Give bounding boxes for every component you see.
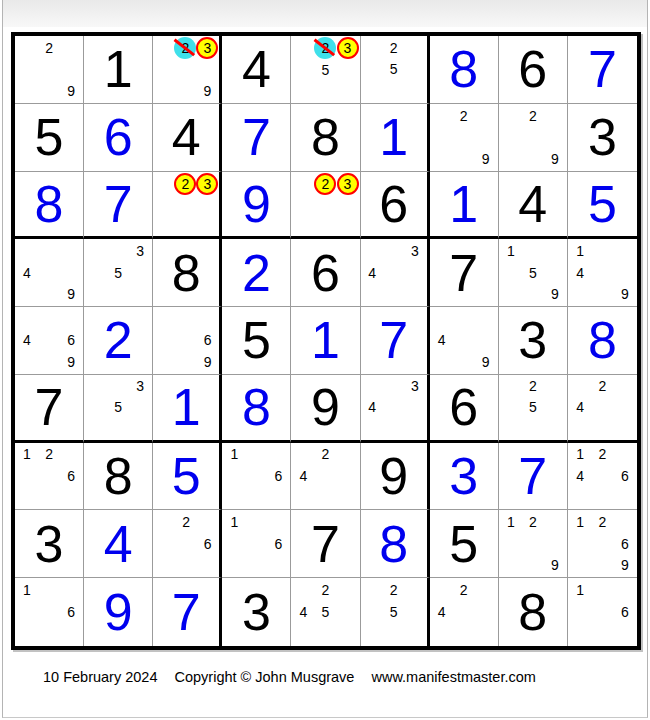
candidate-4-r6c6: 4 [362, 397, 383, 418]
cell-r8c4[interactable]: 16 [222, 510, 291, 578]
candidate-4-r4c1: 4 [16, 262, 38, 284]
candidate-5-r4c2: 5 [107, 262, 129, 284]
cell-r8c2[interactable]: 4 [84, 510, 153, 578]
empty-slot-4-r2c7 [431, 126, 453, 148]
cell-r5c8[interactable]: 3 [499, 307, 568, 375]
empty-slot-9-r6c6 [404, 418, 425, 439]
empty-slot-6-r3c3 [196, 195, 218, 215]
footer: 10 February 2024 Copyright © John Musgra… [43, 669, 549, 685]
candidate-3-r6c6: 3 [404, 376, 425, 397]
candidate-5-r4c8: 5 [522, 262, 544, 284]
digit-r1c8: 6 [499, 36, 567, 103]
empty-slot-6-r1c5 [337, 59, 359, 80]
cell-r9c5[interactable]: 245 [291, 578, 360, 646]
candidate-9-r4c1: 9 [60, 284, 82, 306]
eliminated-candidate-circle-2-r1c3: 2 [174, 37, 196, 59]
empty-slot-5-r7c1 [38, 465, 60, 487]
empty-slot-3-r9c9 [614, 579, 636, 601]
empty-slot-8-r9c1 [38, 623, 60, 645]
cell-r1c3[interactable]: 239 [153, 36, 222, 104]
empty-slot-8-r4c1 [38, 284, 60, 306]
cell-r7c4[interactable]: 16 [222, 443, 291, 511]
empty-slot-1-r1c6 [362, 37, 383, 59]
candidates-r9c5: 245 [292, 579, 358, 645]
cell-r5c4[interactable]: 5 [222, 307, 291, 375]
cell-r2c6[interactable]: 1 [361, 104, 430, 172]
empty-slot-3-r5c1 [60, 308, 82, 330]
candidate-2-r6c8: 2 [522, 376, 544, 397]
empty-slot-7-r4c1 [16, 284, 38, 306]
digit-r7c7: 3 [430, 443, 498, 510]
kept-candidate-circle-2-r3c5: 2 [314, 173, 336, 195]
empty-slot-5-r7c5 [314, 465, 336, 487]
candidate-1-r8c8: 1 [500, 511, 522, 533]
empty-slot-5-r5c7 [453, 330, 475, 352]
empty-slot-7-r4c9 [569, 284, 591, 306]
digit-r3c8: 4 [499, 172, 567, 237]
candidates-r7c1: 126 [16, 444, 82, 509]
empty-slot-8-r4c9 [591, 284, 613, 306]
candidate-6-r9c9: 6 [614, 601, 636, 623]
empty-slot-4-r3c5 [292, 195, 314, 215]
cell-r1c5[interactable]: 235 [291, 36, 360, 104]
digit-r2c3: 4 [153, 104, 219, 171]
empty-slot-2-r4c6 [383, 240, 404, 262]
cell-r5c5[interactable]: 1 [291, 307, 360, 375]
cell-r7c2[interactable]: 8 [84, 443, 153, 511]
cell-r2c2[interactable]: 6 [84, 104, 153, 172]
empty-slot-1-r1c5 [292, 37, 314, 59]
cell-r9c9[interactable]: 16 [568, 578, 637, 646]
cell-r7c7[interactable]: 3 [430, 443, 499, 511]
cell-r2c7[interactable]: 29 [430, 104, 499, 172]
digit-r3c9: 5 [568, 172, 637, 237]
cell-r9c1[interactable]: 16 [15, 578, 84, 646]
cell-r2c3[interactable]: 4 [153, 104, 222, 172]
empty-slot-8-r5c7 [453, 351, 475, 373]
candidate-2-r2c7: 2 [453, 105, 475, 127]
digit-r7c8: 7 [499, 443, 567, 510]
cell-r9c7[interactable]: 24 [430, 578, 499, 646]
empty-slot-5-r2c8 [522, 126, 544, 148]
empty-slot-2-r8c4 [245, 511, 267, 533]
cell-r7c6[interactable]: 9 [361, 443, 430, 511]
digit-r5c4: 5 [222, 307, 290, 374]
empty-slot-5-r4c1 [38, 262, 60, 284]
candidate-6-r7c9: 6 [614, 465, 636, 487]
kept-candidate-circle-2-r3c3: 2 [174, 173, 196, 195]
candidate-3-r4c6: 3 [404, 240, 425, 262]
candidate-2-r2c8: 2 [522, 105, 544, 127]
empty-slot-7-r1c1 [16, 80, 38, 102]
cell-r6c9[interactable]: 24 [568, 375, 637, 443]
empty-slot-5-r5c1 [38, 330, 60, 352]
cell-r3c2[interactable]: 7 [84, 172, 153, 240]
empty-slot-6-r4c9 [614, 262, 636, 284]
cell-r8c3[interactable]: 26 [153, 510, 222, 578]
empty-slot-9-r1c6 [404, 80, 425, 102]
empty-slot-6-r6c8 [544, 397, 566, 418]
empty-slot-9-r4c6 [404, 284, 425, 306]
empty-slot-7-r1c6 [362, 80, 383, 102]
digit-r3c7: 1 [430, 172, 498, 237]
digit-r1c2: 1 [84, 36, 152, 103]
candidate-4-r4c6: 4 [362, 262, 383, 284]
candidate-1-r7c4: 1 [223, 444, 245, 466]
candidate-2-r6c9: 2 [591, 376, 613, 397]
candidate-5-r1c5: 5 [314, 59, 336, 80]
empty-slot-4-r8c8 [500, 533, 522, 555]
empty-slot-9-r3c5 [337, 215, 359, 235]
empty-slot-4-r8c4 [223, 533, 245, 555]
cell-r4c3[interactable]: 8 [153, 239, 222, 307]
empty-slot-6-r4c8 [544, 262, 566, 284]
empty-slot-4-r9c6 [362, 601, 383, 623]
empty-slot-2-r6c6 [383, 376, 404, 397]
empty-slot-3-r9c1 [60, 579, 82, 601]
candidate-5-r6c2: 5 [107, 397, 129, 418]
app-window: 2912394235258675647812929387239236145493… [2, 0, 648, 718]
empty-slot-2-r7c4 [245, 444, 267, 466]
candidates-r1c6: 25 [362, 37, 426, 102]
empty-slot-7-r6c8 [500, 418, 522, 439]
candidate-6-r9c1: 6 [60, 601, 82, 623]
digit-r1c9: 7 [568, 36, 637, 103]
candidate-5-r9c6: 5 [383, 601, 404, 623]
empty-slot-4-r1c1 [16, 59, 38, 81]
empty-slot-9-r8c3 [197, 555, 218, 577]
empty-slot-3-r6c9 [614, 376, 636, 397]
empty-slot-4-r1c5 [292, 59, 314, 80]
cell-r4c1[interactable]: 49 [15, 239, 84, 307]
digit-r1c4: 4 [222, 36, 290, 103]
candidate-slot-3-r1c3: 3 [196, 37, 218, 59]
empty-slot-6-r6c9 [614, 397, 636, 418]
cell-r2c4[interactable]: 7 [222, 104, 291, 172]
cell-r9c4[interactable]: 3 [222, 578, 291, 646]
digit-r2c1: 5 [15, 104, 83, 171]
empty-slot-1-r5c7 [431, 308, 453, 330]
empty-slot-2-r5c3 [176, 308, 197, 330]
empty-slot-7-r4c8 [500, 284, 522, 306]
cell-r6c7[interactable]: 6 [430, 375, 499, 443]
empty-slot-1-r6c6 [362, 376, 383, 397]
empty-slot-2-r5c7 [453, 308, 475, 330]
empty-slot-6-r3c5 [337, 195, 359, 215]
empty-slot-7-r9c6 [362, 623, 383, 645]
empty-slot-7-r7c1 [16, 487, 38, 509]
empty-slot-3-r9c5 [337, 579, 359, 601]
empty-slot-7-r4c6 [362, 284, 383, 306]
candidate-slot-2-r3c5: 2 [314, 173, 336, 195]
candidate-4-r7c5: 4 [292, 465, 314, 487]
digit-r6c3: 1 [153, 375, 219, 440]
candidate-6-r7c4: 6 [267, 465, 289, 487]
empty-slot-8-r2c7 [453, 148, 475, 170]
digit-r9c2: 9 [84, 578, 152, 646]
cell-r7c8[interactable]: 7 [499, 443, 568, 511]
cell-r9c8[interactable]: 8 [499, 578, 568, 646]
empty-slot-1-r2c7 [431, 105, 453, 127]
empty-slot-8-r3c3 [174, 215, 196, 235]
cell-r1c1[interactable]: 29 [15, 36, 84, 104]
cell-r6c3[interactable]: 1 [153, 375, 222, 443]
digit-r9c3: 7 [153, 578, 219, 646]
candidates-r8c4: 16 [223, 511, 289, 576]
digit-r3c1: 8 [15, 172, 83, 237]
empty-slot-8-r5c1 [38, 351, 60, 373]
candidate-1-r8c9: 1 [569, 511, 591, 533]
empty-slot-2-r4c9 [591, 240, 613, 262]
cell-r2c5[interactable]: 8 [291, 104, 360, 172]
cell-r3c7[interactable]: 1 [430, 172, 499, 240]
cell-r3c9[interactable]: 5 [568, 172, 637, 240]
empty-slot-5-r6c9 [591, 397, 613, 418]
candidates-r5c1: 469 [16, 308, 82, 373]
empty-slot-7-r5c7 [431, 351, 453, 373]
empty-slot-4-r9c1 [16, 601, 38, 623]
candidate-2-r9c5: 2 [314, 579, 336, 601]
empty-slot-8-r7c9 [591, 487, 613, 509]
cell-r6c1[interactable]: 7 [15, 375, 84, 443]
cell-r9c6[interactable]: 25 [361, 578, 430, 646]
footer-website: www.manifestmaster.com [371, 669, 535, 685]
empty-slot-7-r2c7 [431, 148, 453, 170]
cell-r3c6[interactable]: 6 [361, 172, 430, 240]
empty-slot-4-r3c3 [154, 195, 174, 215]
empty-slot-1-r4c1 [16, 240, 38, 262]
empty-slot-8-r2c8 [522, 148, 544, 170]
cell-r8c7[interactable]: 5 [430, 510, 499, 578]
empty-slot-8-r7c4 [245, 487, 267, 509]
empty-slot-4-r1c6 [362, 59, 383, 81]
candidates-r9c7: 24 [431, 579, 497, 645]
cell-r3c1[interactable]: 8 [15, 172, 84, 240]
empty-slot-2-r5c1 [38, 308, 60, 330]
empty-slot-5-r9c1 [38, 601, 60, 623]
empty-slot-9-r6c9 [614, 418, 636, 439]
empty-slot-7-r2c8 [500, 148, 522, 170]
empty-slot-1-r7c5 [292, 444, 314, 466]
cell-r5c3[interactable]: 69 [153, 307, 222, 375]
empty-slot-3-r4c9 [614, 240, 636, 262]
empty-slot-6-r6c2 [129, 397, 151, 418]
candidate-slot-3-r1c5: 3 [337, 37, 359, 59]
digit-r6c5: 9 [291, 375, 359, 440]
candidates-r9c1: 16 [16, 579, 82, 645]
candidate-slot-2-r1c3: 2 [174, 37, 196, 59]
empty-slot-9-r4c2 [129, 284, 151, 306]
empty-slot-3-r8c4 [267, 511, 289, 533]
digit-r4c7: 7 [430, 239, 498, 306]
digit-r8c2: 4 [84, 510, 152, 577]
empty-slot-2-r4c1 [38, 240, 60, 262]
candidate-4-r7c9: 4 [569, 465, 591, 487]
empty-slot-8-r6c6 [383, 418, 404, 439]
empty-slot-2-r6c2 [107, 376, 129, 397]
cell-r3c8[interactable]: 4 [499, 172, 568, 240]
empty-slot-9-r7c9 [614, 487, 636, 509]
cell-r5c9[interactable]: 8 [568, 307, 637, 375]
cell-r4c5[interactable]: 6 [291, 239, 360, 307]
digit-r7c6: 9 [361, 443, 427, 510]
candidate-9-r5c3: 9 [197, 351, 218, 373]
digit-r6c4: 8 [222, 375, 290, 440]
cell-r4c9[interactable]: 149 [568, 239, 637, 307]
empty-slot-3-r2c8 [544, 105, 566, 127]
empty-slot-4-r6c2 [85, 397, 107, 418]
candidates-r8c3: 26 [154, 511, 218, 576]
empty-slot-1-r5c1 [16, 308, 38, 330]
empty-slot-4-r8c9 [569, 533, 591, 555]
digit-r2c9: 3 [568, 104, 637, 171]
cell-r6c8[interactable]: 25 [499, 375, 568, 443]
cell-r6c2[interactable]: 35 [84, 375, 153, 443]
empty-slot-8-r1c1 [38, 80, 60, 102]
empty-slot-4-r7c1 [16, 465, 38, 487]
empty-slot-9-r7c1 [60, 487, 82, 509]
empty-slot-9-r7c5 [337, 487, 359, 509]
cell-r6c5[interactable]: 9 [291, 375, 360, 443]
candidate-9-r8c8: 9 [544, 555, 566, 577]
empty-slot-3-r7c5 [337, 444, 359, 466]
cell-r1c9[interactable]: 7 [568, 36, 637, 104]
candidate-6-r8c4: 6 [267, 533, 289, 555]
empty-slot-6-r9c7 [475, 601, 497, 623]
candidate-9-r5c7: 9 [475, 351, 497, 373]
empty-slot-4-r4c2 [85, 262, 107, 284]
cell-r2c1[interactable]: 5 [15, 104, 84, 172]
footer-date: 10 February 2024 [43, 669, 157, 685]
empty-slot-5-r3c5 [314, 195, 336, 215]
empty-slot-3-r1c1 [60, 37, 82, 59]
cell-r4c4[interactable]: 2 [222, 239, 291, 307]
empty-slot-3-r6c8 [544, 376, 566, 397]
cell-r4c2[interactable]: 35 [84, 239, 153, 307]
cell-r7c9[interactable]: 1246 [568, 443, 637, 511]
empty-slot-7-r7c5 [292, 487, 314, 509]
empty-slot-3-r4c8 [544, 240, 566, 262]
empty-slot-1-r9c7 [431, 579, 453, 601]
cell-r9c2[interactable]: 9 [84, 578, 153, 646]
empty-slot-8-r4c6 [383, 284, 404, 306]
empty-slot-5-r4c9 [591, 262, 613, 284]
candidates-r6c2: 35 [85, 376, 151, 439]
empty-slot-7-r8c4 [223, 555, 245, 577]
empty-slot-8-r8c8 [522, 555, 544, 577]
cell-r5c6[interactable]: 7 [361, 307, 430, 375]
cell-r7c5[interactable]: 24 [291, 443, 360, 511]
cell-r3c5[interactable]: 23 [291, 172, 360, 240]
empty-slot-6-r4c6 [404, 262, 425, 284]
candidates-r1c5: 235 [292, 37, 358, 102]
cell-r8c6[interactable]: 8 [361, 510, 430, 578]
candidate-2-r8c3: 2 [176, 511, 197, 533]
cell-r3c3[interactable]: 23 [153, 172, 222, 240]
empty-slot-9-r1c5 [337, 80, 359, 101]
candidate-2-r8c8: 2 [522, 511, 544, 533]
cell-r6c6[interactable]: 34 [361, 375, 430, 443]
digit-r2c2: 6 [84, 104, 152, 171]
candidate-2-r7c1: 2 [38, 444, 60, 466]
candidate-4-r9c7: 4 [431, 601, 453, 623]
candidate-9-r4c8: 9 [544, 284, 566, 306]
cell-r2c9[interactable]: 3 [568, 104, 637, 172]
cell-r8c1[interactable]: 3 [15, 510, 84, 578]
empty-slot-6-r4c1 [60, 262, 82, 284]
digit-r3c4: 9 [222, 172, 290, 237]
empty-slot-5-r8c4 [245, 533, 267, 555]
empty-slot-7-r6c2 [85, 418, 107, 439]
empty-slot-4-r5c3 [154, 330, 175, 352]
cell-r7c3[interactable]: 5 [153, 443, 222, 511]
empty-slot-5-r6c6 [383, 397, 404, 418]
empty-slot-7-r9c5 [292, 623, 314, 645]
empty-slot-1-r8c3 [154, 511, 175, 533]
empty-slot-6-r9c5 [337, 601, 359, 623]
empty-slot-6-r1c6 [404, 59, 425, 81]
cell-r4c7[interactable]: 7 [430, 239, 499, 307]
cell-r5c2[interactable]: 2 [84, 307, 153, 375]
empty-slot-1-r6c8 [500, 376, 522, 397]
cell-r1c2[interactable]: 1 [84, 36, 153, 104]
digit-r2c6: 1 [361, 104, 427, 171]
empty-slot-6-r1c3 [196, 59, 218, 80]
candidates-r3c5: 23 [292, 173, 358, 236]
cell-r8c8[interactable]: 129 [499, 510, 568, 578]
cell-r3c4[interactable]: 9 [222, 172, 291, 240]
candidates-r4c1: 49 [16, 240, 82, 305]
candidate-9-r2c8: 9 [544, 148, 566, 170]
empty-slot-9-r3c3 [196, 215, 218, 235]
empty-slot-2-r4c2 [107, 240, 129, 262]
cell-r1c6[interactable]: 25 [361, 36, 430, 104]
candidate-slot-2-r1c5: 2 [314, 37, 336, 59]
digit-r8c5: 7 [291, 510, 359, 577]
cell-r5c7[interactable]: 49 [430, 307, 499, 375]
empty-slot-9-r9c1 [60, 623, 82, 645]
cell-r6c4[interactable]: 8 [222, 375, 291, 443]
empty-slot-3-r7c4 [267, 444, 289, 466]
cell-r2c8[interactable]: 29 [499, 104, 568, 172]
empty-slot-8-r1c6 [383, 80, 404, 102]
empty-slot-7-r5c1 [16, 351, 38, 373]
cell-r5c1[interactable]: 469 [15, 307, 84, 375]
empty-slot-5-r7c4 [245, 465, 267, 487]
cell-r1c7[interactable]: 8 [430, 36, 499, 104]
empty-slot-8-r8c3 [176, 555, 197, 577]
cell-r1c4[interactable]: 4 [222, 36, 291, 104]
empty-slot-8-r9c9 [591, 623, 613, 645]
cell-r7c1[interactable]: 126 [15, 443, 84, 511]
candidate-5-r6c8: 5 [522, 397, 544, 418]
cell-r1c8[interactable]: 6 [499, 36, 568, 104]
candidate-6-r5c1: 6 [60, 330, 82, 352]
cell-r8c5[interactable]: 7 [291, 510, 360, 578]
cell-r8c9[interactable]: 1269 [568, 510, 637, 578]
toolbar-strip [3, 0, 647, 27]
cell-r9c3[interactable]: 7 [153, 578, 222, 646]
kept-candidate-circle-3-r1c5: 3 [337, 37, 359, 59]
empty-slot-3-r1c6 [404, 37, 425, 59]
candidate-2-r7c5: 2 [314, 444, 336, 466]
empty-slot-1-r9c5 [292, 579, 314, 601]
cell-r4c8[interactable]: 159 [499, 239, 568, 307]
cell-r4c6[interactable]: 34 [361, 239, 430, 307]
empty-slot-6-r5c7 [475, 330, 497, 352]
empty-slot-7-r8c8 [500, 555, 522, 577]
empty-slot-9-r8c4 [267, 555, 289, 577]
